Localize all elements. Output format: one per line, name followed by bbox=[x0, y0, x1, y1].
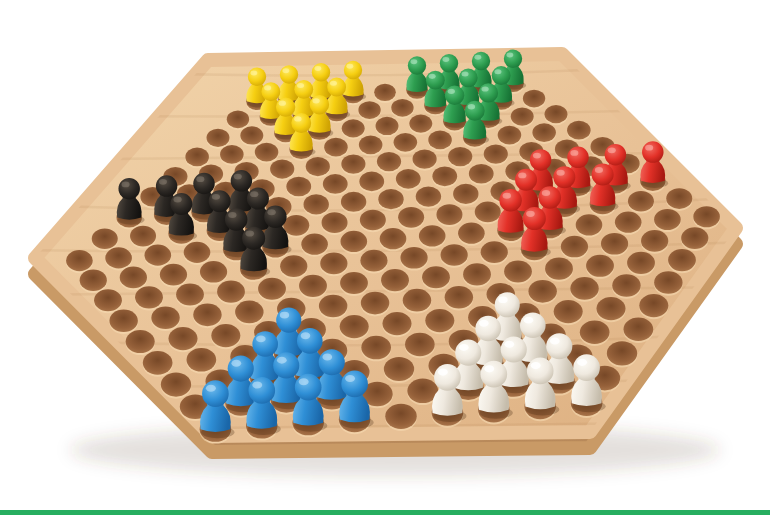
hole bbox=[654, 209, 681, 230]
hole bbox=[532, 123, 556, 142]
hole bbox=[341, 192, 366, 212]
hole bbox=[360, 250, 387, 272]
hole bbox=[458, 223, 485, 244]
hole bbox=[416, 186, 441, 206]
page-bottom-divider bbox=[0, 510, 770, 515]
hole bbox=[105, 247, 132, 268]
hole bbox=[445, 286, 473, 309]
hole bbox=[586, 255, 614, 277]
hole bbox=[576, 214, 603, 235]
hole bbox=[211, 324, 240, 347]
hole bbox=[322, 212, 348, 233]
hole bbox=[135, 286, 163, 308]
hole bbox=[340, 315, 369, 338]
hole bbox=[511, 107, 534, 125]
hole bbox=[161, 373, 191, 397]
hole bbox=[425, 309, 454, 332]
hole bbox=[220, 145, 244, 164]
hole bbox=[545, 258, 573, 280]
hole bbox=[144, 245, 171, 266]
hole bbox=[409, 114, 432, 132]
hole bbox=[398, 207, 424, 228]
hole bbox=[168, 327, 197, 350]
hole bbox=[255, 143, 279, 162]
hole bbox=[283, 215, 309, 236]
hole bbox=[323, 174, 348, 194]
hole bbox=[358, 101, 380, 119]
hole bbox=[200, 261, 227, 283]
hole bbox=[286, 177, 311, 197]
hole bbox=[681, 227, 708, 249]
hole bbox=[615, 212, 642, 233]
hole bbox=[374, 84, 396, 101]
hole bbox=[92, 228, 118, 249]
hole bbox=[623, 317, 653, 341]
hole bbox=[109, 309, 137, 332]
hole bbox=[448, 147, 472, 166]
hole bbox=[436, 204, 462, 225]
product-photo bbox=[0, 0, 770, 515]
hole bbox=[319, 295, 347, 318]
hole bbox=[160, 264, 187, 286]
hole bbox=[301, 234, 328, 255]
hole bbox=[130, 226, 156, 247]
hole bbox=[377, 152, 401, 171]
hole bbox=[66, 250, 93, 271]
hole bbox=[554, 300, 583, 323]
hole bbox=[361, 336, 391, 360]
hole bbox=[280, 255, 307, 277]
hole bbox=[475, 202, 501, 223]
hole bbox=[385, 404, 417, 429]
hole bbox=[596, 297, 625, 320]
hole bbox=[484, 145, 508, 164]
hole bbox=[693, 206, 720, 227]
hole bbox=[419, 225, 446, 246]
hole bbox=[143, 351, 173, 375]
hole bbox=[120, 267, 147, 289]
hole bbox=[382, 312, 411, 335]
hole bbox=[498, 126, 522, 145]
hole bbox=[405, 333, 435, 357]
hole bbox=[320, 253, 347, 275]
hole bbox=[381, 269, 409, 291]
hole bbox=[341, 154, 365, 173]
hole bbox=[299, 275, 327, 297]
hole bbox=[628, 191, 654, 212]
hole bbox=[384, 357, 414, 381]
hole bbox=[391, 99, 413, 117]
hole bbox=[523, 90, 545, 108]
hole bbox=[185, 148, 209, 167]
hole bbox=[380, 228, 407, 249]
hole bbox=[627, 252, 655, 274]
hole bbox=[463, 263, 491, 285]
hole bbox=[340, 231, 367, 252]
hole bbox=[441, 244, 468, 266]
hole bbox=[80, 269, 107, 291]
hole bbox=[240, 126, 263, 144]
hole bbox=[567, 121, 591, 140]
hole bbox=[545, 105, 568, 123]
hole bbox=[412, 149, 436, 168]
hole bbox=[453, 184, 478, 204]
hole bbox=[639, 294, 668, 317]
hole bbox=[306, 157, 330, 176]
hole bbox=[528, 280, 556, 303]
hole bbox=[666, 188, 692, 209]
hole bbox=[303, 194, 328, 214]
hole bbox=[176, 283, 204, 305]
hole bbox=[184, 242, 211, 263]
hole bbox=[607, 341, 637, 365]
hole bbox=[396, 169, 421, 189]
hole bbox=[359, 172, 384, 192]
hole bbox=[340, 272, 368, 294]
hole bbox=[504, 260, 532, 282]
hole bbox=[428, 131, 452, 150]
hole bbox=[432, 166, 457, 186]
hole bbox=[235, 301, 263, 324]
hole bbox=[227, 110, 249, 128]
hole bbox=[359, 135, 383, 154]
hole bbox=[324, 138, 348, 157]
hole bbox=[601, 233, 628, 255]
hole bbox=[94, 289, 122, 311]
hole bbox=[361, 292, 389, 315]
hole bbox=[403, 289, 431, 312]
hole bbox=[258, 278, 286, 300]
hole bbox=[422, 266, 450, 288]
hole bbox=[481, 241, 508, 263]
hole bbox=[469, 164, 494, 184]
hole bbox=[400, 247, 427, 269]
hole bbox=[207, 129, 230, 147]
hole bbox=[126, 330, 155, 353]
hole bbox=[270, 159, 294, 178]
hole bbox=[193, 304, 221, 327]
hole bbox=[654, 271, 682, 294]
hole bbox=[641, 230, 668, 252]
game-board bbox=[0, 0, 770, 515]
hole bbox=[580, 320, 610, 344]
hole bbox=[570, 277, 598, 300]
hole bbox=[186, 348, 216, 372]
hole bbox=[360, 210, 386, 231]
hole bbox=[342, 119, 365, 137]
hole bbox=[561, 236, 588, 258]
hole bbox=[217, 281, 245, 303]
hole bbox=[612, 274, 640, 297]
hole bbox=[376, 117, 399, 135]
hole bbox=[668, 249, 696, 271]
hole bbox=[151, 306, 179, 329]
hole bbox=[378, 189, 403, 209]
hole bbox=[394, 133, 418, 152]
